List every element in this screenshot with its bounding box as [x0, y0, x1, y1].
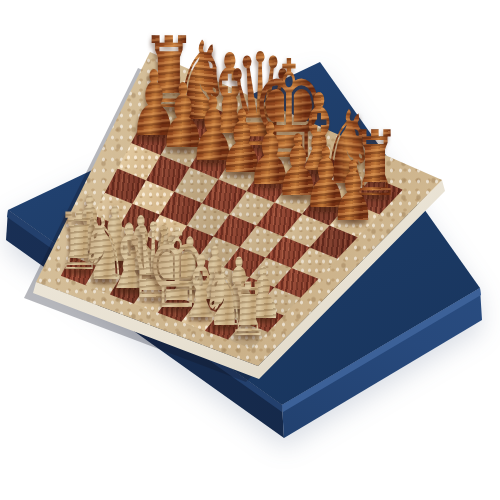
piece-white-rook-h1: ♜: [227, 273, 268, 346]
piece-black-pawn-h7: ♟: [330, 150, 376, 233]
chess-board: ♜♞♝♛♚♝♞♜♟♟♟♟♟♟♟♟♟♟♟♟♟♟♟♟♜♞♝♛♚♝♞♜: [0, 0, 500, 500]
chess-pieces: ♜♞♝♛♚♝♞♜♟♟♟♟♟♟♟♟♟♟♟♟♟♟♟♟♜♞♝♛♚♝♞♜: [0, 0, 500, 500]
product-photo: chess ♜♞♝♛♚♝♞♜♟♟♟♟♟♟♟♟♟♟♟♟♟♟♟♟♜♞♝♛♚♝♞♜: [0, 0, 500, 500]
